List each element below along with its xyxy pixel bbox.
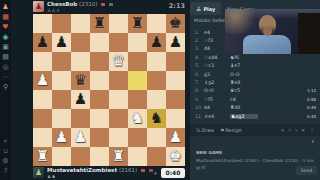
square-b8[interactable] bbox=[52, 14, 71, 33]
search-icon[interactable]: ⚲ bbox=[1, 82, 10, 92]
move-number: 9. bbox=[195, 97, 204, 102]
white-move[interactable]: ♘xd4 bbox=[204, 55, 230, 60]
piece-black-king[interactable]: ♚ bbox=[166, 14, 185, 33]
square-c6[interactable] bbox=[71, 52, 90, 71]
move-number: 10. bbox=[195, 105, 204, 110]
move-number: 4. bbox=[195, 55, 204, 60]
resign-icon: ⚑ bbox=[220, 128, 224, 133]
square-c7[interactable] bbox=[71, 33, 90, 52]
square-a5[interactable]: ♟ bbox=[33, 71, 52, 90]
move-time: 0:40 bbox=[307, 114, 316, 119]
square-a4[interactable] bbox=[33, 90, 52, 109]
square-f3[interactable]: ♞ bbox=[128, 109, 147, 128]
square-e8[interactable] bbox=[109, 14, 128, 33]
square-c8[interactable] bbox=[71, 14, 90, 33]
play-icon[interactable]: ▦ bbox=[1, 12, 10, 22]
tab-label: Play bbox=[203, 6, 215, 12]
square-d1[interactable] bbox=[90, 147, 109, 166]
top-player-clock: 2:13 bbox=[169, 2, 185, 10]
black-move[interactable]: ♞f6 bbox=[230, 55, 256, 60]
square-b1[interactable] bbox=[52, 147, 71, 166]
move-number: 5. bbox=[195, 63, 204, 68]
watch-icon[interactable]: ▣ bbox=[1, 42, 10, 52]
move-time: 1:12 bbox=[307, 88, 316, 93]
square-f5[interactable] bbox=[128, 71, 147, 90]
square-d4[interactable] bbox=[90, 90, 109, 109]
square-a1[interactable]: ♜ bbox=[33, 147, 52, 166]
add-time-icon[interactable]: + bbox=[153, 169, 158, 176]
streamer-webcam bbox=[225, 9, 320, 54]
white-move[interactable]: ♕e6 bbox=[204, 114, 230, 119]
square-e1[interactable]: ♜ bbox=[109, 147, 128, 166]
move-number: 6. bbox=[195, 72, 204, 77]
news-icon[interactable]: ▤ bbox=[1, 52, 10, 62]
resign-label: Resign bbox=[226, 128, 242, 133]
square-g6[interactable] bbox=[147, 52, 166, 71]
settings-gear-icon[interactable]: ⚙ bbox=[1, 156, 10, 166]
white-move[interactable]: ♘c3 bbox=[204, 63, 230, 68]
piece-white-knight[interactable]: ♞ bbox=[128, 109, 147, 128]
action-bar: ½Draw⚑Resign «‹›»⋮ bbox=[190, 124, 320, 136]
move-row-11: 11.♕e6♞xg30:40 bbox=[190, 112, 320, 120]
square-h5[interactable] bbox=[166, 71, 185, 90]
piece-black-rook[interactable]: ♜ bbox=[128, 14, 147, 33]
piece-white-pawn[interactable]: ♟ bbox=[52, 128, 71, 147]
piece-black-pawn[interactable]: ♟ bbox=[33, 33, 52, 52]
top-player-flag-icon bbox=[101, 3, 105, 6]
move-time: 0:58 bbox=[307, 97, 316, 102]
square-f2[interactable] bbox=[128, 128, 147, 147]
theme-icon[interactable]: ▫ bbox=[1, 146, 10, 156]
next-move-button[interactable]: › bbox=[295, 125, 297, 135]
square-e5[interactable] bbox=[109, 71, 128, 90]
puzzles-icon[interactable]: ♥ bbox=[1, 22, 10, 32]
more-options-icon[interactable]: ⋮ bbox=[309, 125, 315, 135]
square-b4[interactable] bbox=[52, 90, 71, 109]
square-c4[interactable]: ♟ bbox=[71, 90, 90, 109]
square-b3[interactable] bbox=[52, 109, 71, 128]
square-h2[interactable]: ♟ bbox=[166, 128, 185, 147]
square-e4[interactable] bbox=[109, 90, 128, 109]
piece-black-pawn[interactable]: ♟ bbox=[166, 33, 185, 52]
move-row-8: 8.O-O♛c51:12 bbox=[190, 87, 320, 95]
top-player-avatar[interactable]: ♟ bbox=[33, 1, 44, 12]
move-number: 8. bbox=[195, 88, 204, 93]
white-move[interactable]: a4 bbox=[204, 105, 230, 110]
draw-label: Draw bbox=[202, 128, 215, 133]
square-e7[interactable] bbox=[109, 33, 128, 52]
square-a6[interactable] bbox=[33, 52, 52, 71]
game-panel: ♙PlayNew Game Philidor Defense Setup 1.e… bbox=[190, 0, 320, 180]
square-a2[interactable] bbox=[33, 128, 52, 147]
bottom-player-captured-pieces: ♟ ♞ bbox=[47, 174, 55, 179]
square-h1[interactable]: ♚ bbox=[166, 147, 185, 166]
square-g7[interactable]: ♟ bbox=[147, 33, 166, 52]
move-row-7: 7.♗g2♜e8 bbox=[190, 78, 320, 86]
resign-button[interactable]: ⚑Resign bbox=[220, 128, 241, 133]
chess-board[interactable]: ♜♜♚♟♟♟♟♛♟♛♟♞♞♟♟♟♜♜♚ bbox=[33, 14, 185, 166]
move-row-9: 9.♘f5c40:58 bbox=[190, 95, 320, 103]
piece-black-pawn[interactable]: ♟ bbox=[52, 33, 71, 52]
square-b5[interactable] bbox=[52, 71, 71, 90]
tab-play[interactable]: ♙Play bbox=[190, 2, 221, 15]
square-f7[interactable] bbox=[128, 33, 147, 52]
square-d7[interactable] bbox=[90, 33, 109, 52]
last-move-button[interactable]: » bbox=[301, 125, 305, 135]
top-player-name[interactable]: ChessBob (2310) bbox=[47, 1, 113, 7]
square-h3[interactable] bbox=[166, 109, 185, 128]
square-a7[interactable]: ♟ bbox=[33, 33, 52, 52]
top-player-badge-icon bbox=[109, 3, 113, 6]
help-icon[interactable]: ? bbox=[1, 166, 10, 176]
top-player-username: ChessBob bbox=[47, 1, 77, 7]
bottom-player-avatar[interactable]: ♟ bbox=[33, 167, 44, 178]
black-move[interactable]: ♜d8 bbox=[230, 105, 256, 110]
move-number: 1. bbox=[195, 30, 204, 35]
piece-white-pawn[interactable]: ♟ bbox=[33, 71, 52, 90]
move-row-6: 6.g3O-O bbox=[190, 70, 320, 78]
action-buttons: ½Draw⚑Resign bbox=[190, 128, 242, 133]
square-h6[interactable] bbox=[166, 52, 185, 71]
prev-move-button[interactable]: ‹ bbox=[289, 125, 291, 135]
square-e3[interactable] bbox=[109, 109, 128, 128]
square-g3[interactable]: ♞ bbox=[147, 109, 166, 128]
draw-button[interactable]: ½Draw bbox=[196, 128, 214, 133]
square-b6[interactable] bbox=[52, 52, 71, 71]
square-d2[interactable] bbox=[90, 128, 109, 147]
square-c1[interactable] bbox=[71, 147, 90, 166]
move-row-4: 4.♘xd4♞f6 bbox=[190, 53, 320, 61]
bottom-player-bar: ♟ MustavatahtiZombiest (2161) ♟ ♞ + 0:40 bbox=[33, 167, 185, 180]
black-move[interactable]: ♞xg3 bbox=[230, 114, 258, 119]
piece-white-pawn[interactable]: ♟ bbox=[166, 128, 185, 147]
square-h4[interactable] bbox=[166, 90, 185, 109]
first-move-button[interactable]: « bbox=[281, 125, 285, 135]
piece-black-knight[interactable]: ♞ bbox=[147, 109, 166, 128]
square-f4[interactable] bbox=[128, 90, 147, 109]
black-move[interactable]: O-O bbox=[230, 72, 256, 77]
draw-icon: ½ bbox=[196, 128, 201, 133]
square-d6[interactable] bbox=[90, 52, 109, 71]
collapse-icon[interactable]: « bbox=[1, 136, 10, 146]
top-player-bar: ♟ ChessBob (2310) ♙ ♙ ♗ 2:13 bbox=[33, 1, 185, 14]
move-number: 2. bbox=[195, 38, 204, 43]
app-sidebar: ♟▦♥◉▣▤◎⋯⚲ «▫⚙? bbox=[0, 0, 11, 180]
square-f8[interactable]: ♜ bbox=[128, 14, 147, 33]
white-move[interactable]: ♘f5 bbox=[204, 97, 230, 102]
bottom-player-name[interactable]: MustavatahtiZombiest (2161) bbox=[47, 167, 153, 173]
square-c5[interactable]: ♛ bbox=[71, 71, 90, 90]
square-g5[interactable] bbox=[147, 71, 166, 90]
square-f6[interactable] bbox=[128, 52, 147, 71]
learn-icon[interactable]: ◉ bbox=[1, 32, 10, 42]
white-move[interactable]: g3 bbox=[204, 72, 230, 77]
move-nav-controls: «‹›»⋮ bbox=[281, 125, 315, 135]
bottom-player-rating: (2161) bbox=[119, 167, 137, 173]
square-g8[interactable] bbox=[147, 14, 166, 33]
piece-white-queen[interactable]: ♛ bbox=[109, 52, 128, 71]
top-player-rating: (2310) bbox=[79, 1, 97, 7]
square-d3[interactable] bbox=[90, 109, 109, 128]
square-h8[interactable]: ♚ bbox=[166, 14, 185, 33]
top-player-captured-pieces: ♙ ♙ ♗ bbox=[47, 8, 59, 13]
bottom-player-username: MustavatahtiZombiest bbox=[47, 167, 117, 173]
square-d8[interactable]: ♜ bbox=[90, 14, 109, 33]
streamer-shirt bbox=[243, 35, 291, 54]
piece-white-king[interactable]: ♚ bbox=[166, 147, 185, 166]
move-number: 11. bbox=[195, 114, 204, 119]
piece-black-rook[interactable]: ♜ bbox=[90, 14, 109, 33]
black-move[interactable]: ♜e8 bbox=[230, 80, 256, 85]
white-move[interactable]: ♗g2 bbox=[204, 80, 230, 85]
piece-white-rook[interactable]: ♜ bbox=[109, 147, 128, 166]
square-e2[interactable] bbox=[109, 128, 128, 147]
square-a8[interactable] bbox=[33, 14, 52, 33]
square-h7[interactable]: ♟ bbox=[166, 33, 185, 52]
square-e6[interactable]: ♛ bbox=[109, 52, 128, 71]
move-row-10: 10.a4♜d80:49 bbox=[190, 104, 320, 112]
square-g2[interactable] bbox=[147, 128, 166, 147]
square-a3[interactable] bbox=[33, 109, 52, 128]
move-number: 7. bbox=[195, 80, 204, 85]
bottom-player-flag-icon bbox=[141, 169, 145, 172]
more-icon[interactable]: ⋯ bbox=[1, 72, 10, 82]
black-move[interactable]: ♝e7 bbox=[230, 63, 256, 68]
piece-white-rook[interactable]: ♜ bbox=[33, 147, 52, 166]
square-d5[interactable] bbox=[90, 71, 109, 90]
bottom-player-clock: 0:40 bbox=[161, 168, 185, 178]
social-icon[interactable]: ◎ bbox=[1, 62, 10, 72]
piece-white-pawn[interactable]: ♟ bbox=[71, 128, 90, 147]
square-c3[interactable] bbox=[71, 109, 90, 128]
piece-black-pawn[interactable]: ♟ bbox=[147, 33, 166, 52]
chevron-down-icon[interactable]: ▾ bbox=[311, 138, 314, 144]
square-b7[interactable]: ♟ bbox=[52, 33, 71, 52]
chat-send-button[interactable]: Send bbox=[296, 166, 317, 175]
black-move[interactable]: c4 bbox=[230, 97, 256, 102]
logo-pawn-icon[interactable]: ♟ bbox=[1, 2, 10, 12]
square-g4[interactable] bbox=[147, 90, 166, 109]
webcam-lamp-glow bbox=[225, 9, 258, 34]
move-number: 3. bbox=[195, 46, 204, 51]
square-g1[interactable] bbox=[147, 147, 166, 166]
move-row-5: 5.♘c3♝e7 bbox=[190, 62, 320, 70]
chat-line: NEW GAME bbox=[196, 150, 314, 155]
chat-line: MustavatahtiZombiest (2161) - ChessBob (… bbox=[196, 158, 314, 163]
move-time: 0:49 bbox=[307, 105, 316, 110]
black-move[interactable]: ♛c5 bbox=[230, 88, 256, 93]
sidebar-top-icons: ♟▦♥◉▣▤◎⋯⚲ bbox=[1, 2, 10, 92]
webcam-wardrobe bbox=[298, 13, 320, 54]
tab-pawn-icon: ♙ bbox=[196, 5, 201, 12]
square-c2[interactable]: ♟ bbox=[71, 128, 90, 147]
piece-black-queen[interactable]: ♛ bbox=[71, 71, 90, 90]
piece-black-pawn[interactable]: ♟ bbox=[71, 90, 90, 109]
streamer-hand bbox=[263, 26, 272, 36]
square-f1[interactable] bbox=[128, 147, 147, 166]
sidebar-bottom-icons: «▫⚙? bbox=[1, 136, 10, 176]
square-b2[interactable]: ♟ bbox=[52, 128, 71, 147]
white-move[interactable]: O-O bbox=[204, 88, 230, 93]
